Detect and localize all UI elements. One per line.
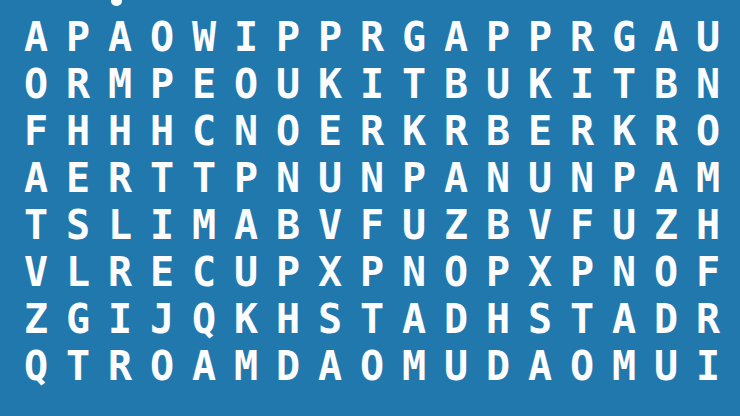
grid-cell[interactable]: N (561, 155, 603, 202)
grid-cell[interactable]: A (603, 296, 645, 343)
grid-cell[interactable]: T (351, 296, 393, 343)
grid-cell[interactable]: D (435, 296, 477, 343)
grid-cell[interactable]: N (225, 108, 267, 155)
grid-cell[interactable]: H (141, 108, 183, 155)
grid-cell[interactable]: T (15, 202, 57, 249)
grid-cell[interactable]: B (267, 202, 309, 249)
grid-cell[interactable]: C (183, 249, 225, 296)
cutoff-letter-fragment (111, 0, 122, 6)
grid-cell[interactable]: O (645, 249, 687, 296)
grid-cell[interactable]: I (561, 61, 603, 108)
grid-cell[interactable]: O (351, 343, 393, 390)
grid-cell[interactable]: M (687, 155, 729, 202)
grid-cell[interactable]: K (519, 61, 561, 108)
grid-cell[interactable]: O (561, 343, 603, 390)
grid-cell[interactable]: U (435, 343, 477, 390)
grid-cell[interactable]: M (99, 61, 141, 108)
grid-cell[interactable]: S (309, 296, 351, 343)
grid-cell[interactable]: T (183, 155, 225, 202)
grid-cell[interactable]: P (477, 14, 519, 61)
grid-cell[interactable]: M (225, 343, 267, 390)
grid-cell[interactable]: U (603, 202, 645, 249)
word-search-page: { "game": "word-search", "grid": { "rows… (0, 0, 740, 416)
grid-cell[interactable]: K (225, 296, 267, 343)
grid-cell[interactable]: P (267, 14, 309, 61)
grid-cell[interactable]: M (603, 343, 645, 390)
grid-cell[interactable]: Z (435, 202, 477, 249)
grid-cell[interactable]: Z (645, 202, 687, 249)
grid-cell[interactable]: U (477, 61, 519, 108)
grid-cell[interactable]: V (519, 202, 561, 249)
grid-cell[interactable]: P (57, 14, 99, 61)
grid-cell[interactable]: T (57, 343, 99, 390)
grid-cell[interactable]: U (645, 343, 687, 390)
grid-cell[interactable]: P (603, 155, 645, 202)
grid-cell[interactable]: F (687, 249, 729, 296)
grid-cell[interactable]: N (687, 61, 729, 108)
grid-cell[interactable]: R (435, 108, 477, 155)
grid-cell[interactable]: H (267, 296, 309, 343)
grid-cell[interactable]: P (267, 249, 309, 296)
grid-cell[interactable]: G (603, 14, 645, 61)
grid-cell[interactable]: P (309, 14, 351, 61)
grid-cell[interactable]: O (141, 343, 183, 390)
grid-cell[interactable]: D (645, 296, 687, 343)
grid-cell[interactable]: N (267, 155, 309, 202)
grid-cell[interactable]: L (99, 202, 141, 249)
grid-cell[interactable]: O (687, 108, 729, 155)
grid-cell[interactable]: R (687, 296, 729, 343)
grid-cell[interactable]: I (225, 14, 267, 61)
grid-cell[interactable]: A (225, 202, 267, 249)
grid-cell[interactable]: G (57, 296, 99, 343)
grid-cell[interactable]: I (687, 343, 729, 390)
grid-cell[interactable]: P (393, 155, 435, 202)
grid-cell[interactable]: R (561, 14, 603, 61)
grid-cell[interactable]: W (183, 14, 225, 61)
grid-cell[interactable]: N (393, 249, 435, 296)
grid-cell[interactable]: A (645, 155, 687, 202)
grid-cell[interactable]: D (477, 343, 519, 390)
grid-cell[interactable]: H (477, 296, 519, 343)
grid-cell[interactable]: A (435, 155, 477, 202)
grid-cell[interactable]: O (267, 108, 309, 155)
grid-cell[interactable]: E (519, 108, 561, 155)
grid-cell[interactable]: N (477, 155, 519, 202)
grid-cell[interactable]: E (309, 108, 351, 155)
grid-cell[interactable]: B (645, 61, 687, 108)
grid-cell[interactable]: H (99, 108, 141, 155)
grid-cell[interactable]: F (561, 202, 603, 249)
grid-cell[interactable]: M (393, 343, 435, 390)
grid-cell[interactable]: R (99, 249, 141, 296)
grid-cell[interactable]: U (225, 249, 267, 296)
grid-cell[interactable]: P (141, 61, 183, 108)
grid-cell[interactable]: L (57, 249, 99, 296)
grid-cell[interactable]: X (519, 249, 561, 296)
grid-cell[interactable]: C (183, 108, 225, 155)
grid-cell[interactable]: R (645, 108, 687, 155)
grid-cell[interactable]: A (15, 14, 57, 61)
grid-cell[interactable]: S (519, 296, 561, 343)
grid-cell[interactable]: K (309, 61, 351, 108)
grid-cell[interactable]: Z (15, 296, 57, 343)
letter-grid: APAOWIPPRGAPPRGAUORMPEOUKITBUKITBNFHHHCN… (15, 14, 729, 390)
grid-cell[interactable]: T (561, 296, 603, 343)
grid-cell[interactable]: H (57, 108, 99, 155)
grid-cell[interactable]: O (435, 249, 477, 296)
grid-cell[interactable]: S (57, 202, 99, 249)
grid-cell[interactable]: A (645, 14, 687, 61)
grid-cell[interactable]: N (351, 155, 393, 202)
grid-cell[interactable]: G (393, 14, 435, 61)
grid-cell[interactable]: A (435, 14, 477, 61)
grid-cell[interactable]: O (15, 61, 57, 108)
grid-cell[interactable]: O (225, 61, 267, 108)
grid-cell[interactable]: E (141, 249, 183, 296)
grid-cell[interactable]: T (393, 61, 435, 108)
grid-cell[interactable]: P (519, 14, 561, 61)
grid-cell[interactable]: U (309, 155, 351, 202)
grid-cell[interactable]: R (99, 343, 141, 390)
grid-cell[interactable]: U (687, 14, 729, 61)
grid-cell[interactable]: D (267, 343, 309, 390)
grid-cell[interactable]: E (57, 155, 99, 202)
grid-cell[interactable]: U (519, 155, 561, 202)
grid-cell[interactable]: P (477, 249, 519, 296)
grid-cell[interactable]: V (15, 249, 57, 296)
grid-cell[interactable]: E (183, 61, 225, 108)
grid-cell[interactable]: P (561, 249, 603, 296)
grid-cell[interactable]: A (15, 155, 57, 202)
grid-cell[interactable]: B (477, 108, 519, 155)
grid-cell[interactable]: U (393, 202, 435, 249)
grid-cell[interactable]: X (309, 249, 351, 296)
grid-cell[interactable]: A (393, 296, 435, 343)
grid-cell[interactable]: R (57, 61, 99, 108)
grid-cell[interactable]: Q (183, 296, 225, 343)
grid-cell[interactable]: I (99, 296, 141, 343)
grid-cell[interactable]: P (351, 249, 393, 296)
grid-cell[interactable]: R (561, 108, 603, 155)
grid-cell[interactable]: H (687, 202, 729, 249)
grid-cell[interactable]: I (351, 61, 393, 108)
grid-cell[interactable]: A (519, 343, 561, 390)
grid-cell[interactable]: K (393, 108, 435, 155)
grid-cell[interactable]: B (435, 61, 477, 108)
grid-cell[interactable]: I (141, 202, 183, 249)
grid-cell[interactable]: F (351, 202, 393, 249)
grid-cell[interactable]: V (309, 202, 351, 249)
grid-cell[interactable]: K (603, 108, 645, 155)
grid-cell[interactable]: A (309, 343, 351, 390)
grid-cell[interactable]: T (141, 155, 183, 202)
grid-cell[interactable]: R (351, 108, 393, 155)
grid-cell[interactable]: T (603, 61, 645, 108)
word-search-board: APAOWIPPRGAPPRGAUORMPEOUKITBUKITBNFHHHCN… (0, 0, 740, 416)
grid-cell[interactable]: J (141, 296, 183, 343)
grid-cell[interactable]: A (99, 14, 141, 61)
grid-cell[interactable]: U (267, 61, 309, 108)
grid-cell[interactable]: Q (15, 343, 57, 390)
grid-cell[interactable]: R (99, 155, 141, 202)
grid-cell[interactable]: M (183, 202, 225, 249)
grid-cell[interactable]: R (351, 14, 393, 61)
grid-cell[interactable]: N (603, 249, 645, 296)
grid-cell[interactable]: B (477, 202, 519, 249)
grid-cell[interactable]: F (15, 108, 57, 155)
grid-cell[interactable]: A (183, 343, 225, 390)
grid-cell[interactable]: O (141, 14, 183, 61)
grid-cell[interactable]: P (225, 155, 267, 202)
